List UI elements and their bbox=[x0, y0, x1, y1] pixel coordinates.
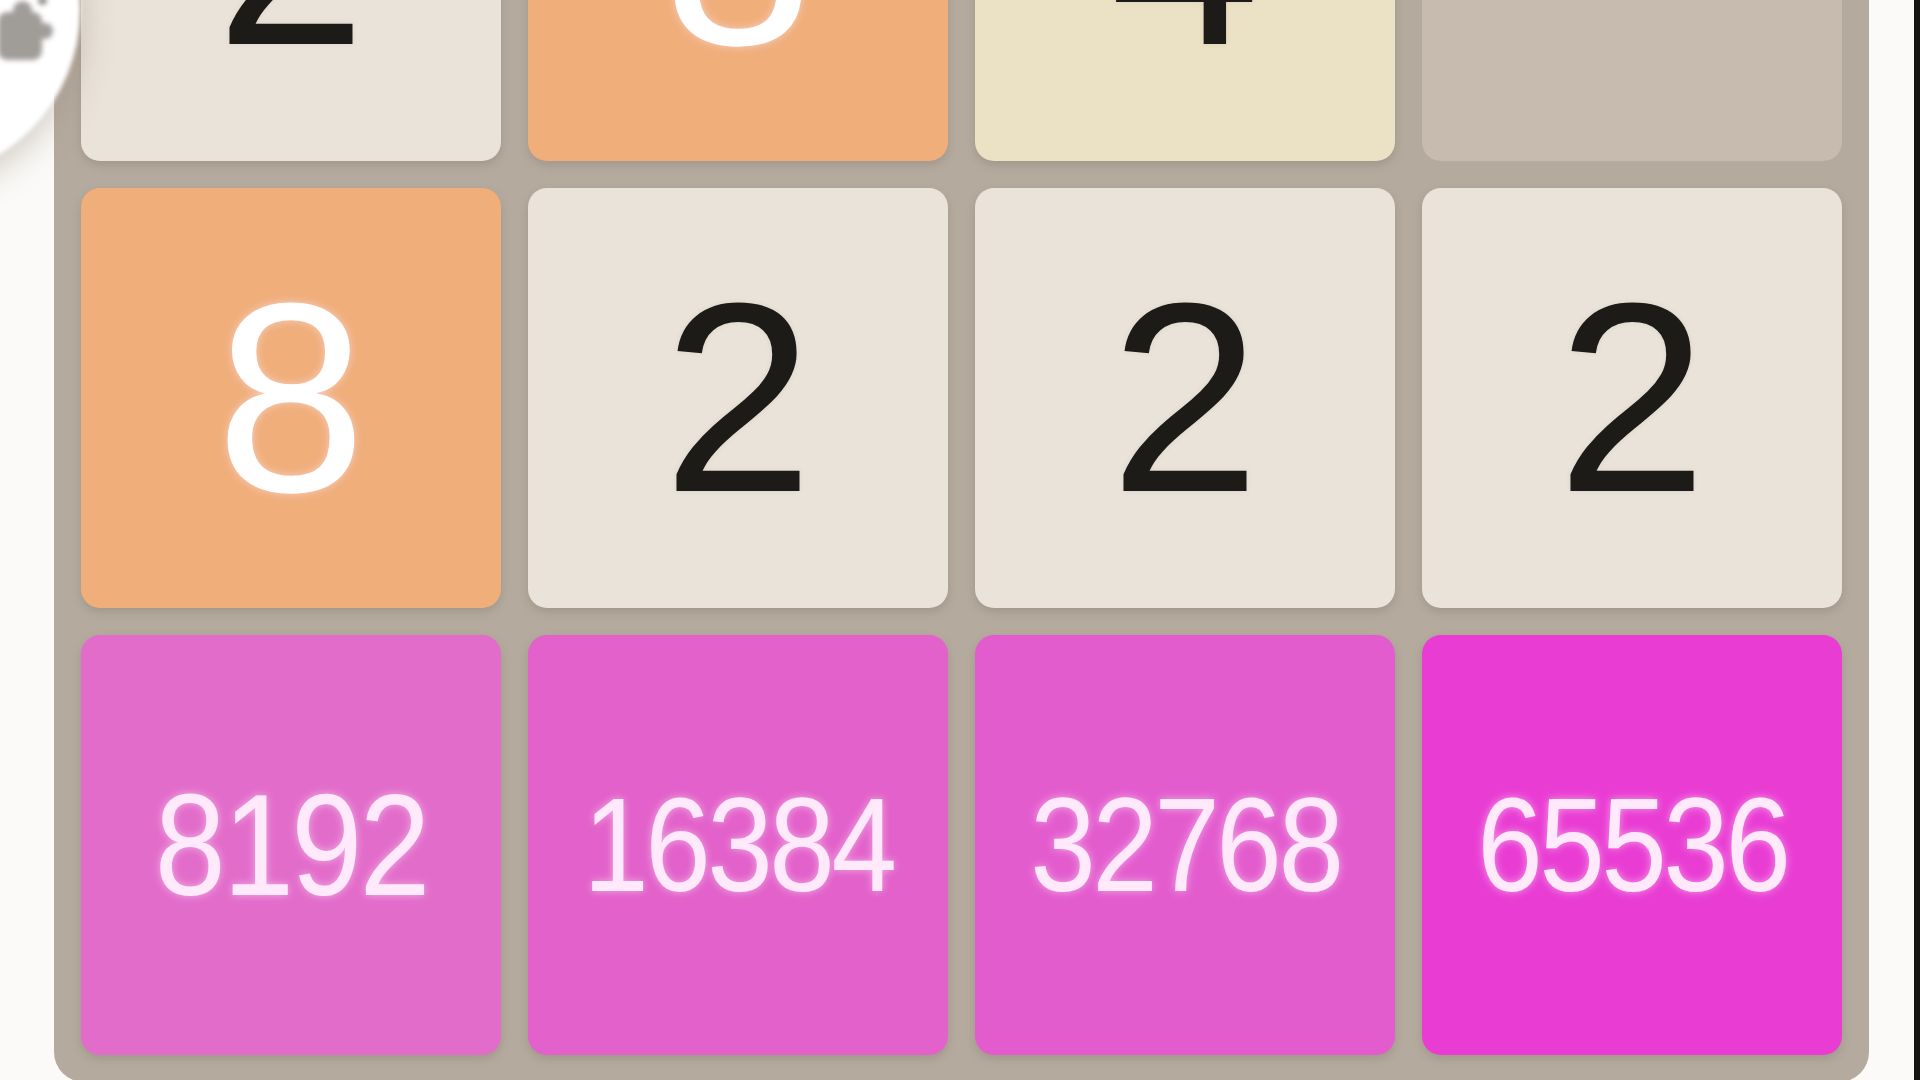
screen-edge-bar bbox=[1914, 0, 1920, 1080]
tile-32768-r3c2: 32768 bbox=[975, 635, 1395, 1055]
tile-2-r1c0: 2 bbox=[81, 0, 501, 161]
tile-value: 2 bbox=[663, 263, 813, 533]
empty-cell-r1c3 bbox=[1422, 0, 1842, 161]
tile-4-r1c2: 4 bbox=[975, 0, 1395, 161]
puzzle-knob-right bbox=[37, 23, 53, 39]
tile-value: 8 bbox=[216, 263, 366, 533]
tile-value: 2 bbox=[1110, 263, 1260, 533]
tile-value: 32768 bbox=[1030, 778, 1340, 912]
tile-8-r1c1: 8 bbox=[528, 0, 948, 161]
tile-value: 8192 bbox=[154, 773, 427, 918]
tile-2-r2c1: 2 bbox=[528, 188, 948, 608]
tile-16384-r3c1: 16384 bbox=[528, 635, 948, 1055]
tile-value: 4 bbox=[1110, 0, 1260, 86]
puzzle-dot bbox=[38, 0, 47, 5]
tile-8192-r3c0: 8192 bbox=[81, 635, 501, 1055]
tile-value: 2 bbox=[1557, 263, 1707, 533]
tile-value: 16384 bbox=[583, 778, 893, 912]
tile-2-r2c2: 2 bbox=[975, 188, 1395, 608]
tile-2-r2c3: 2 bbox=[1422, 188, 1842, 608]
screen: 28482228192163843276865536 bbox=[0, 0, 1920, 1080]
board-2048[interactable]: 28482228192163843276865536 bbox=[54, 0, 1869, 1080]
tile-value: 8 bbox=[663, 0, 813, 86]
tile-65536-r3c3: 65536 bbox=[1422, 635, 1842, 1055]
tile-value: 65536 bbox=[1477, 778, 1787, 912]
tile-value: 2 bbox=[216, 0, 366, 86]
puzzle-piece-icon bbox=[0, 0, 54, 64]
puzzle-knob-top bbox=[13, 1, 32, 20]
tile-8-r2c0: 8 bbox=[81, 188, 501, 608]
